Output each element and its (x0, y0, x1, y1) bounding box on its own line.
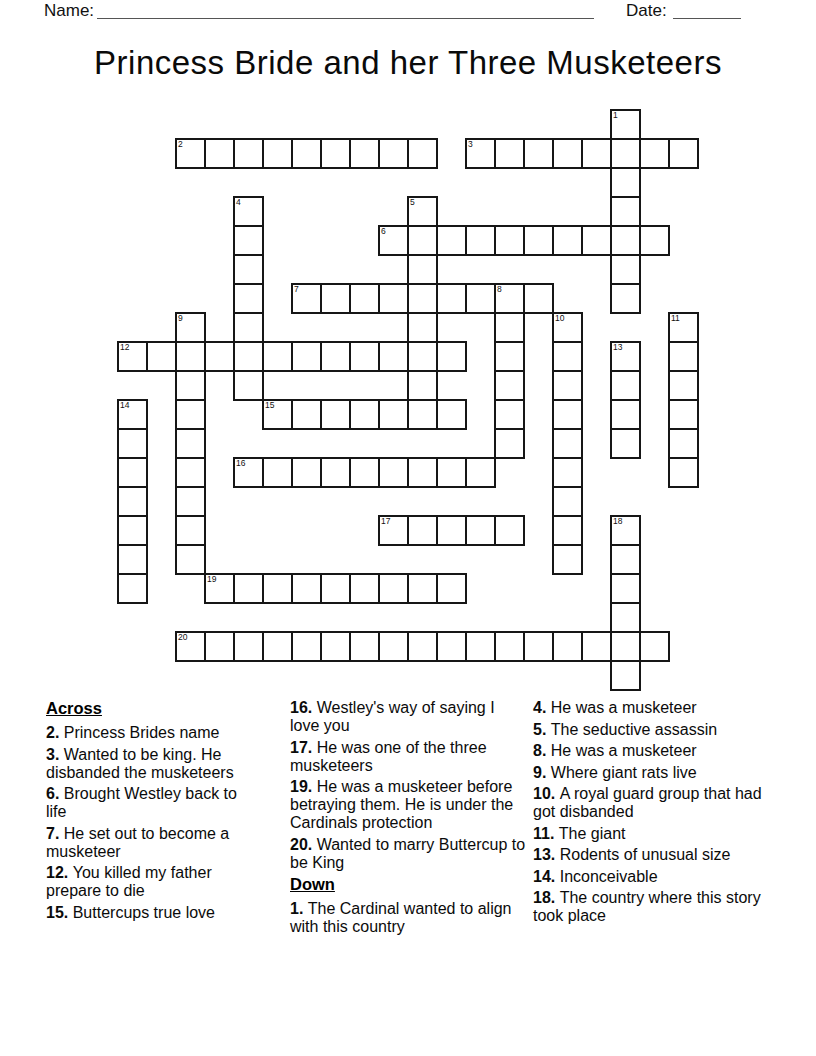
clue-number-16: 16 (236, 458, 245, 468)
clue-number-18: 18 (613, 516, 622, 526)
clue-number-11: 11 (671, 313, 680, 323)
grid-cell-r15c15[interactable] (553, 545, 582, 574)
grid-cell-r8c19[interactable] (669, 342, 698, 371)
grid-cell-r18c7[interactable] (321, 632, 350, 661)
grid-cell-r14c0[interactable] (118, 516, 147, 545)
grid-cell-r18c12[interactable] (466, 632, 495, 661)
grid-cell-r8c3[interactable] (205, 342, 234, 371)
clue-number-3: 3 (468, 139, 473, 149)
grid-cell-r16c10[interactable] (408, 574, 437, 603)
grid-cell-r6c12[interactable] (466, 284, 495, 313)
grid-cell-r12c10[interactable] (408, 458, 437, 487)
grid-cell-r6c11[interactable] (437, 284, 466, 313)
crossword-worksheet: Name: Date: Princess Bride and her Three… (0, 0, 816, 1056)
grid-cell-r10c0[interactable]: 14 (118, 400, 147, 429)
grid-cell-r12c8[interactable] (350, 458, 379, 487)
grid-cell-r8c10[interactable] (408, 342, 437, 371)
grid-cell-r15c0[interactable] (118, 545, 147, 574)
grid-cell-r4c15[interactable] (553, 226, 582, 255)
grid-cell-r5c10[interactable] (408, 255, 437, 284)
grid-cell-r11c13[interactable] (495, 429, 524, 458)
grid-cell-r3c4[interactable]: 4 (234, 197, 263, 226)
grid-cell-r12c15[interactable] (553, 458, 582, 487)
grid-cell-r16c5[interactable] (263, 574, 292, 603)
grid-cell-r6c6[interactable]: 7 (292, 284, 321, 313)
clue-20: 20. Wanted to marry Buttercup to be King (290, 836, 528, 872)
grid-cell-r16c3[interactable]: 19 (205, 574, 234, 603)
grid-cell-r11c17[interactable] (611, 429, 640, 458)
grid-cell-r16c9[interactable] (379, 574, 408, 603)
clue-number-6: 6 (381, 226, 386, 236)
clue-11: 11. The giant (533, 825, 767, 843)
grid-cell-r1c17[interactable] (611, 139, 640, 168)
grid-cell-r16c6[interactable] (292, 574, 321, 603)
grid-cell-r1c16[interactable] (582, 139, 611, 168)
grid-cell-r19c17[interactable] (611, 661, 640, 690)
grid-cell-r10c11[interactable] (437, 400, 466, 429)
grid-cell-r2c17[interactable] (611, 168, 640, 197)
grid-cell-r8c6[interactable] (292, 342, 321, 371)
clue-number-10: 10 (555, 313, 564, 323)
clue-6: 6. Brought Westley back to life (46, 785, 258, 821)
grid-cell-r10c2[interactable] (176, 400, 205, 429)
clue-number-9: 9 (178, 313, 183, 323)
grid-cell-r6c14[interactable] (524, 284, 553, 313)
clue-number-19: 19 (207, 574, 216, 584)
grid-cell-r14c17[interactable]: 18 (611, 516, 640, 545)
grid-cell-r5c17[interactable] (611, 255, 640, 284)
grid-cell-r4c17[interactable] (611, 226, 640, 255)
grid-cell-r9c13[interactable] (495, 371, 524, 400)
clue-8: 8. He was a musketeer (533, 742, 767, 760)
grid-cell-r8c5[interactable] (263, 342, 292, 371)
grid-cell-r4c13[interactable] (495, 226, 524, 255)
grid-cell-r18c3[interactable] (205, 632, 234, 661)
clue-column-2: 16. Westley's way of saying I love you17… (290, 699, 528, 940)
grid-cell-r6c10[interactable] (408, 284, 437, 313)
grid-cell-r7c2[interactable]: 9 (176, 313, 205, 342)
clue-number-2: 2 (178, 139, 183, 149)
clue-1: 1. The Cardinal wanted to align with thi… (290, 900, 528, 936)
clue-number-5: 5 (410, 197, 415, 207)
grid-cell-r1c7[interactable] (321, 139, 350, 168)
clue-14: 14. Inconceivable (533, 868, 767, 886)
grid-cell-r13c15[interactable] (553, 487, 582, 516)
grid-cell-r11c2[interactable] (176, 429, 205, 458)
date-blank-line[interactable] (673, 18, 741, 19)
grid-cell-r16c7[interactable] (321, 574, 350, 603)
grid-cell-r1c4[interactable] (234, 139, 263, 168)
grid-cell-r8c2[interactable] (176, 342, 205, 371)
grid-cell-r12c19[interactable] (669, 458, 698, 487)
grid-cell-r7c10[interactable] (408, 313, 437, 342)
grid-cell-r1c18[interactable] (640, 139, 669, 168)
grid-cell-r10c15[interactable] (553, 400, 582, 429)
clue-column-1: Across2. Princess Brides name3. Wanted t… (46, 699, 258, 925)
grid-cell-r8c15[interactable] (553, 342, 582, 371)
grid-cell-r18c14[interactable] (524, 632, 553, 661)
grid-cell-r1c3[interactable] (205, 139, 234, 168)
grid-cell-r4c16[interactable] (582, 226, 611, 255)
grid-cell-r18c2[interactable]: 20 (176, 632, 205, 661)
grid-cell-r18c4[interactable] (234, 632, 263, 661)
clue-17: 17. He was one of the three musketeers (290, 739, 528, 775)
grid-cell-r10c19[interactable] (669, 400, 698, 429)
clue-number-4: 4 (236, 197, 241, 207)
grid-cell-r4c10[interactable] (408, 226, 437, 255)
grid-cell-r9c19[interactable] (669, 371, 698, 400)
grid-cell-r4c11[interactable] (437, 226, 466, 255)
grid-cell-r6c4[interactable] (234, 284, 263, 313)
grid-cell-r18c6[interactable] (292, 632, 321, 661)
grid-cell-r12c6[interactable] (292, 458, 321, 487)
grid-cell-r6c13[interactable]: 8 (495, 284, 524, 313)
clue-12: 12. You killed my father prepare to die (46, 864, 258, 900)
puzzle-title: Princess Bride and her Three Musketeers (0, 44, 816, 82)
clues-section: Across2. Princess Brides name3. Wanted t… (46, 699, 767, 940)
grid-cell-r8c8[interactable] (350, 342, 379, 371)
clue-19: 19. He was a musketeer before betraying … (290, 778, 528, 832)
grid-cell-r10c10[interactable] (408, 400, 437, 429)
grid-cell-r5c4[interactable] (234, 255, 263, 284)
grid-cell-r1c9[interactable] (379, 139, 408, 168)
grid-cell-r4c12[interactable] (466, 226, 495, 255)
grid-cell-r8c0[interactable]: 12 (118, 342, 147, 371)
grid-cell-r18c9[interactable] (379, 632, 408, 661)
clue-5: 5. The seductive assassin (533, 721, 767, 739)
grid-cell-r1c5[interactable] (263, 139, 292, 168)
grid-cell-r12c2[interactable] (176, 458, 205, 487)
grid-cell-r10c7[interactable] (321, 400, 350, 429)
grid-cell-r7c19[interactable]: 11 (669, 313, 698, 342)
grid-cell-r8c9[interactable] (379, 342, 408, 371)
grid-cell-r7c13[interactable] (495, 313, 524, 342)
grid-cell-r12c0[interactable] (118, 458, 147, 487)
grid-cell-r12c5[interactable] (263, 458, 292, 487)
clue-16: 16. Westley's way of saying I love you (290, 699, 528, 735)
grid-cell-r8c13[interactable] (495, 342, 524, 371)
grid-cell-r7c15[interactable]: 10 (553, 313, 582, 342)
grid-cell-r9c10[interactable] (408, 371, 437, 400)
grid-cell-r1c8[interactable] (350, 139, 379, 168)
grid-cell-r18c15[interactable] (553, 632, 582, 661)
grid-cell-r17c17[interactable] (611, 603, 640, 632)
grid-cell-r18c8[interactable] (350, 632, 379, 661)
grid-cell-r16c0[interactable] (118, 574, 147, 603)
grid-cell-r3c10[interactable]: 5 (408, 197, 437, 226)
name-blank-line[interactable] (97, 18, 594, 19)
clue-number-20: 20 (178, 632, 187, 642)
clue-number-13: 13 (613, 342, 622, 352)
clue-9: 9. Where giant rats live (533, 764, 767, 782)
grid-cell-r1c14[interactable] (524, 139, 553, 168)
date-label: Date: (626, 1, 667, 21)
clue-number-1: 1 (613, 110, 618, 120)
grid-cell-r9c2[interactable] (176, 371, 205, 400)
grid-cell-r13c2[interactable] (176, 487, 205, 516)
grid-cell-r1c15[interactable] (553, 139, 582, 168)
clue-number-15: 15 (265, 400, 274, 410)
grid-cell-r9c4[interactable] (234, 371, 263, 400)
grid-cell-r1c13[interactable] (495, 139, 524, 168)
grid-cell-r10c17[interactable] (611, 400, 640, 429)
grid-cell-r8c7[interactable] (321, 342, 350, 371)
grid-cell-r15c2[interactable] (176, 545, 205, 574)
grid-cell-r8c1[interactable] (147, 342, 176, 371)
grid-cell-r6c17[interactable] (611, 284, 640, 313)
grid-cell-r18c18[interactable] (640, 632, 669, 661)
grid-cell-r18c5[interactable] (263, 632, 292, 661)
grid-cell-r11c19[interactable] (669, 429, 698, 458)
grid-cell-r11c15[interactable] (553, 429, 582, 458)
grid-cell-r1c2[interactable]: 2 (176, 139, 205, 168)
grid-cell-r8c17[interactable]: 13 (611, 342, 640, 371)
grid-cell-r9c15[interactable] (553, 371, 582, 400)
clue-10: 10. A royal guard group that had got dis… (533, 785, 767, 821)
grid-cell-r18c16[interactable] (582, 632, 611, 661)
grid-cell-r14c11[interactable] (437, 516, 466, 545)
grid-cell-r12c9[interactable] (379, 458, 408, 487)
grid-cell-r6c7[interactable] (321, 284, 350, 313)
grid-cell-r3c17[interactable] (611, 197, 640, 226)
grid-cell-r16c8[interactable] (350, 574, 379, 603)
clue-number-8: 8 (497, 284, 502, 294)
grid-cell-r10c9[interactable] (379, 400, 408, 429)
crossword-grid: 1234567891011121314151617181920 (118, 110, 698, 690)
grid-cell-r12c7[interactable] (321, 458, 350, 487)
clue-18: 18. The country where this story took pl… (533, 889, 767, 925)
grid-cell-r18c13[interactable] (495, 632, 524, 661)
grid-cell-r10c5[interactable]: 15 (263, 400, 292, 429)
clue-3: 3. Wanted to be king. He disbanded the m… (46, 746, 258, 782)
grid-cell-r4c18[interactable] (640, 226, 669, 255)
grid-cell-r16c17[interactable] (611, 574, 640, 603)
grid-cell-r18c17[interactable] (611, 632, 640, 661)
grid-cell-r18c10[interactable] (408, 632, 437, 661)
grid-cell-r8c4[interactable] (234, 342, 263, 371)
clue-number-7: 7 (294, 284, 299, 294)
grid-cell-r10c8[interactable] (350, 400, 379, 429)
clue-number-12: 12 (120, 342, 129, 352)
name-label: Name: (44, 1, 94, 21)
grid-cell-r8c11[interactable] (437, 342, 466, 371)
grid-cell-r0c17[interactable]: 1 (611, 110, 640, 139)
clue-number-17: 17 (381, 516, 390, 526)
grid-cell-r14c13[interactable] (495, 516, 524, 545)
grid-cell-r1c6[interactable] (292, 139, 321, 168)
grid-cell-r13c0[interactable] (118, 487, 147, 516)
grid-cell-r6c9[interactable] (379, 284, 408, 313)
grid-cell-r18c11[interactable] (437, 632, 466, 661)
grid-cell-r6c8[interactable] (350, 284, 379, 313)
clues-header-across: Across (46, 699, 258, 718)
grid-cell-r11c0[interactable] (118, 429, 147, 458)
grid-cell-r4c14[interactable] (524, 226, 553, 255)
clue-number-14: 14 (120, 400, 129, 410)
clue-13: 13. Rodents of unusual size (533, 846, 767, 864)
clue-column-3: 4. He was a musketeer5. The seductive as… (533, 699, 767, 929)
grid-cell-r14c10[interactable] (408, 516, 437, 545)
grid-cell-r9c17[interactable] (611, 371, 640, 400)
clues-header-down: Down (290, 875, 528, 894)
grid-cell-r14c12[interactable] (466, 516, 495, 545)
grid-cell-r7c4[interactable] (234, 313, 263, 342)
clue-7: 7. He set out to become a musketeer (46, 825, 258, 861)
clue-2: 2. Princess Brides name (46, 724, 258, 742)
grid-cell-r12c12[interactable] (466, 458, 495, 487)
grid-cell-r12c4[interactable]: 16 (234, 458, 263, 487)
grid-cell-r10c6[interactable] (292, 400, 321, 429)
grid-cell-r14c2[interactable] (176, 516, 205, 545)
grid-cell-r16c4[interactable] (234, 574, 263, 603)
grid-cell-r14c15[interactable] (553, 516, 582, 545)
grid-cell-r4c4[interactable] (234, 226, 263, 255)
grid-cell-r1c12[interactable]: 3 (466, 139, 495, 168)
grid-cell-r4c9[interactable]: 6 (379, 226, 408, 255)
grid-cell-r12c11[interactable] (437, 458, 466, 487)
grid-cell-r1c19[interactable] (669, 139, 698, 168)
grid-cell-r15c17[interactable] (611, 545, 640, 574)
clue-4: 4. He was a musketeer (533, 699, 767, 717)
grid-cell-r1c10[interactable] (408, 139, 437, 168)
grid-cell-r10c13[interactable] (495, 400, 524, 429)
grid-cell-r16c11[interactable] (437, 574, 466, 603)
clue-15: 15. Buttercups true love (46, 904, 258, 922)
grid-cell-r14c9[interactable]: 17 (379, 516, 408, 545)
